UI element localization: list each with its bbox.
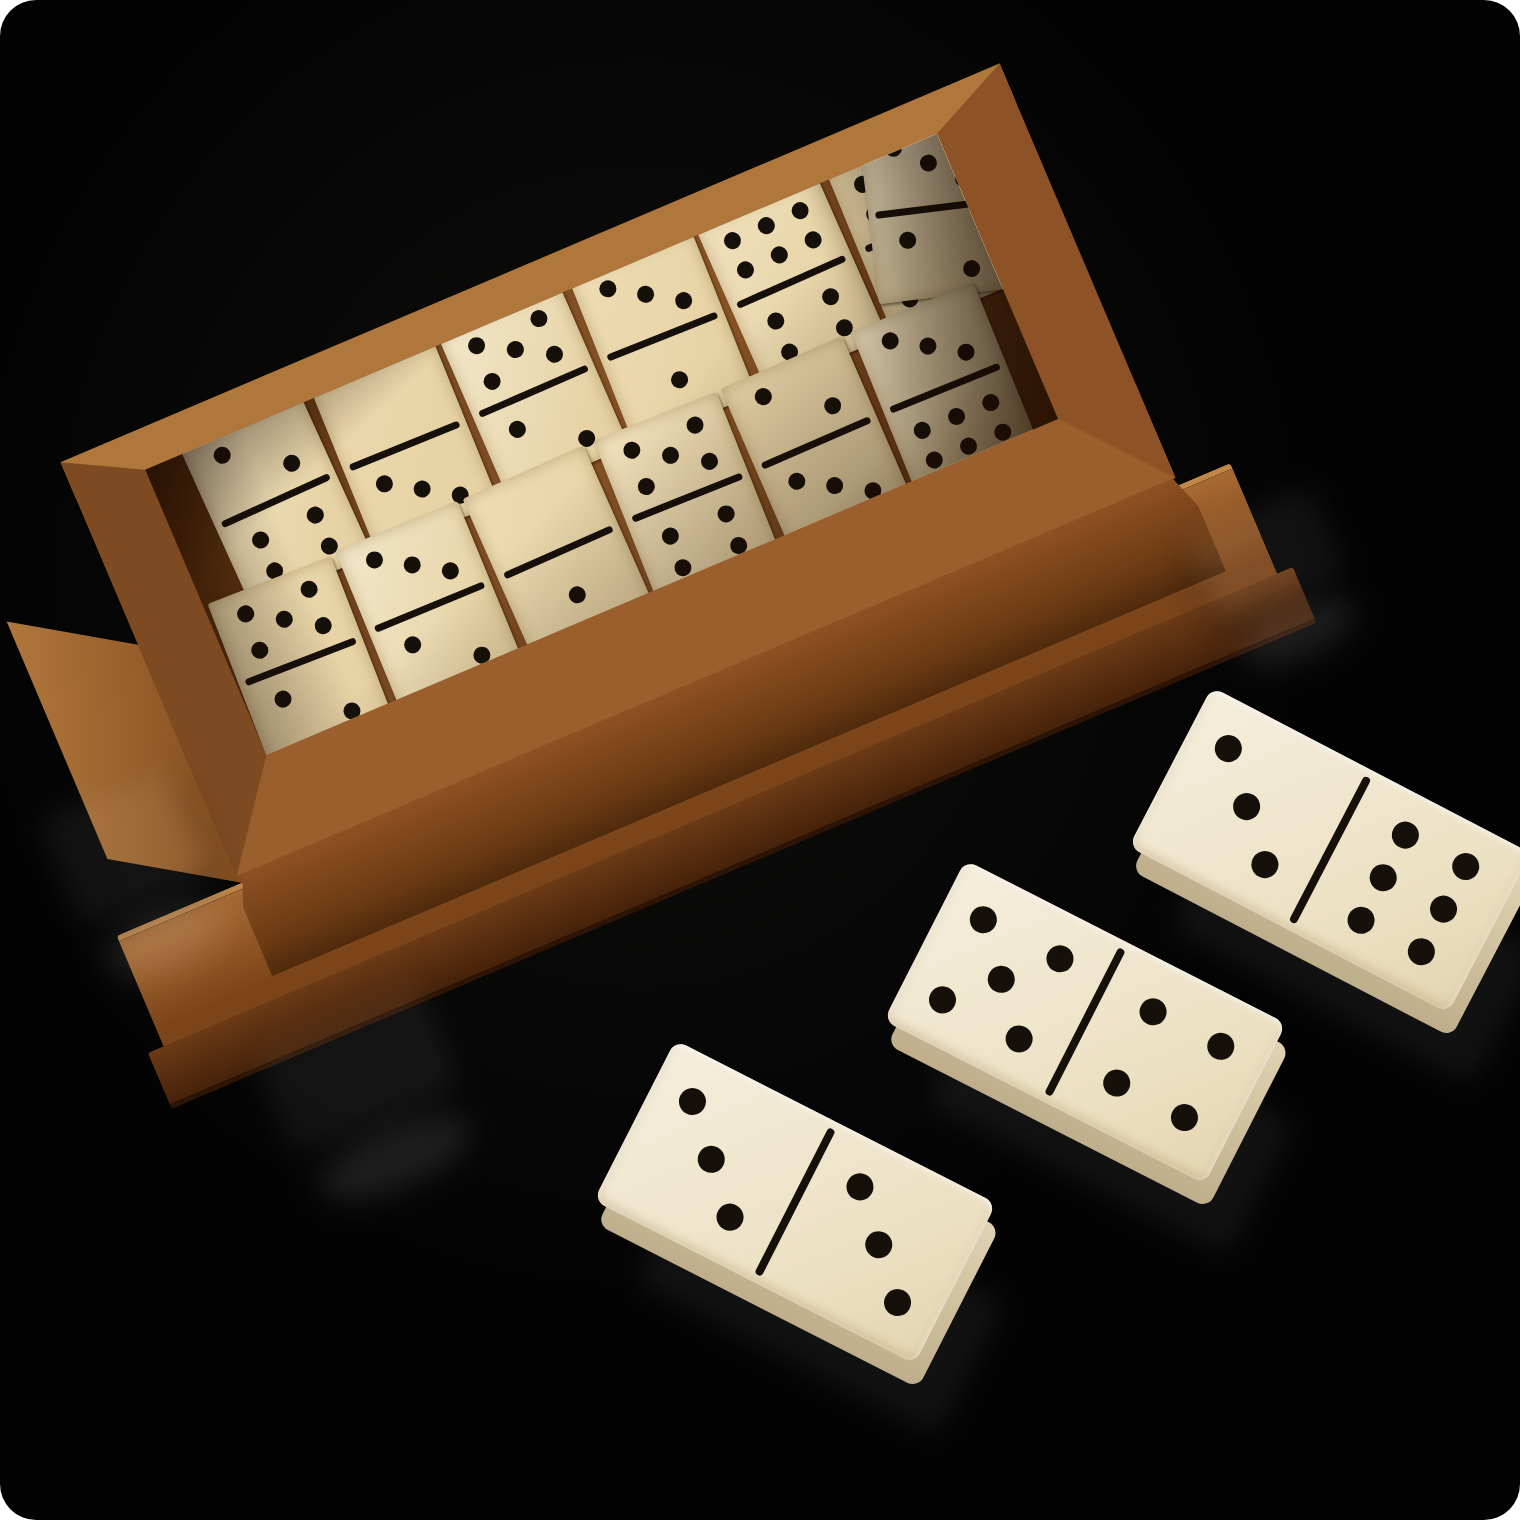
- pip: [962, 259, 981, 278]
- pip: [528, 307, 550, 329]
- pip: [620, 439, 642, 461]
- pip: [465, 334, 487, 356]
- pip: [911, 420, 933, 442]
- pip: [924, 981, 960, 1017]
- pip: [272, 688, 294, 710]
- pip: [373, 472, 395, 494]
- pip: [672, 289, 694, 311]
- pip: [401, 554, 423, 576]
- pip: [785, 470, 807, 492]
- pip: [923, 449, 945, 471]
- pip: [674, 1083, 710, 1119]
- pip: [980, 392, 1002, 414]
- pip: [1042, 941, 1078, 977]
- pip: [566, 584, 588, 606]
- pip: [1403, 934, 1439, 970]
- pip: [312, 614, 334, 636]
- pip: [1448, 848, 1484, 884]
- pip: [712, 1199, 748, 1235]
- pip: [768, 243, 790, 265]
- pip: [363, 548, 385, 570]
- pip: [822, 394, 844, 416]
- pip: [659, 525, 681, 547]
- pip: [861, 1227, 897, 1263]
- pip: [597, 277, 619, 299]
- pip: [234, 603, 256, 625]
- pip: [684, 413, 706, 435]
- loose-domino-3-6[interactable]: [1129, 687, 1520, 1013]
- pip: [955, 341, 977, 363]
- pip: [635, 283, 657, 305]
- pip: [842, 1169, 878, 1205]
- pip: [1426, 891, 1462, 927]
- pip: [693, 1141, 729, 1177]
- pip: [1202, 1028, 1238, 1064]
- pip: [879, 1284, 915, 1320]
- pip: [1228, 788, 1264, 824]
- pip: [946, 406, 968, 428]
- pip: [659, 444, 681, 466]
- pip: [298, 578, 320, 600]
- pip: [789, 200, 811, 222]
- pip: [273, 608, 295, 630]
- pip: [543, 343, 565, 365]
- pip: [879, 329, 901, 351]
- pip: [281, 452, 304, 475]
- pip: [480, 370, 502, 392]
- pip: [919, 154, 938, 173]
- pip: [669, 369, 691, 391]
- pip: [411, 478, 433, 500]
- pip: [734, 258, 756, 280]
- pip: [764, 310, 786, 332]
- pip: [699, 450, 721, 472]
- pip: [1166, 1099, 1202, 1135]
- pip: [957, 435, 979, 457]
- pip: [1342, 902, 1378, 938]
- pip: [1387, 817, 1423, 853]
- pip: [504, 338, 526, 360]
- pip: [824, 474, 846, 496]
- pip: [820, 285, 842, 307]
- pip: [1210, 730, 1246, 766]
- pip: [1001, 1021, 1037, 1057]
- pip: [755, 215, 777, 237]
- pip: [506, 418, 528, 440]
- pip: [917, 335, 939, 357]
- pip: [249, 529, 272, 552]
- photo-background: [0, 0, 1520, 1520]
- pip: [211, 444, 234, 467]
- pip: [802, 228, 824, 250]
- pip: [1247, 846, 1283, 882]
- pip: [715, 503, 737, 525]
- pip: [965, 902, 1001, 938]
- pip: [1099, 1065, 1135, 1101]
- pip: [1365, 859, 1401, 895]
- pip: [983, 961, 1019, 997]
- pip: [898, 231, 917, 250]
- pip: [635, 475, 657, 497]
- pip: [1135, 994, 1171, 1030]
- pip: [721, 230, 743, 252]
- pip: [401, 634, 423, 656]
- pip: [304, 504, 327, 527]
- pip: [248, 639, 270, 661]
- pip: [752, 386, 774, 408]
- pip: [439, 559, 461, 581]
